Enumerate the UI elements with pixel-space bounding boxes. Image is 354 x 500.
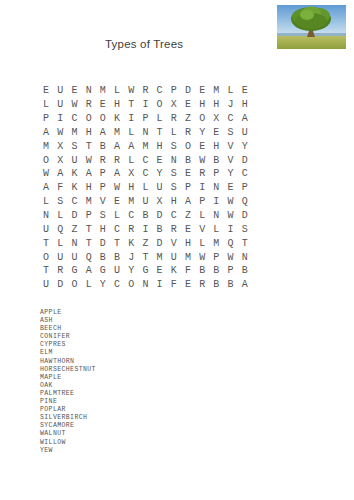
grid-cell: V: [223, 153, 237, 167]
grid-cell: K: [167, 264, 181, 278]
grid-cell: H: [167, 195, 181, 209]
grid-cell: S: [96, 209, 110, 223]
grid-cell: I: [209, 195, 223, 209]
grid-cell: O: [82, 112, 96, 126]
grid-cell: J: [223, 98, 237, 112]
word-item: ASH: [40, 317, 96, 325]
grid-cell: D: [53, 278, 67, 292]
grid-cell: A: [238, 278, 252, 292]
grid-cell: N: [167, 153, 181, 167]
grid-cell: H: [96, 222, 110, 236]
word-item: WALNUT: [40, 430, 96, 438]
grid-cell: S: [167, 139, 181, 153]
grid-cell: M: [82, 195, 96, 209]
grid-cell: E: [195, 139, 209, 153]
grid-cell: H: [209, 98, 223, 112]
grid-cell: N: [67, 236, 81, 250]
grid-cell: G: [138, 264, 152, 278]
grid-cell: I: [195, 181, 209, 195]
grid-cell: H: [110, 98, 124, 112]
grid-cell: E: [209, 126, 223, 140]
grid-cell: U: [53, 250, 67, 264]
grid-cell: M: [110, 126, 124, 140]
word-item: BEECH: [40, 325, 96, 333]
grid-cell: U: [238, 126, 252, 140]
grid-cell: H: [209, 139, 223, 153]
grid-cell: D: [67, 209, 81, 223]
grid-cell: C: [110, 222, 124, 236]
grid-cell: T: [138, 250, 152, 264]
grid-cell: M: [124, 195, 138, 209]
grid-cell: B: [209, 264, 223, 278]
grid-cell: C: [138, 167, 152, 181]
grid-cell: K: [124, 236, 138, 250]
grid-cell: Y: [195, 126, 209, 140]
grid-cell: E: [181, 167, 195, 181]
grid-cell: R: [167, 222, 181, 236]
grid-cell: E: [153, 153, 167, 167]
grid-cell: L: [195, 236, 209, 250]
word-item: MAPLE: [40, 374, 96, 382]
grid-cell: Q: [82, 250, 96, 264]
grid-cell: M: [209, 236, 223, 250]
word-item: PINE: [40, 398, 96, 406]
grid-cell: R: [167, 112, 181, 126]
word-item: OAK: [40, 382, 96, 390]
grid-cell: M: [209, 84, 223, 98]
grid-cell: V: [167, 236, 181, 250]
grid-cell: L: [153, 112, 167, 126]
tree-photo: [277, 5, 346, 49]
grid-cell: D: [153, 209, 167, 223]
grid-cell: R: [195, 167, 209, 181]
grid-cell: Q: [223, 236, 237, 250]
grid-cell: C: [138, 153, 152, 167]
grid-cell: G: [67, 264, 81, 278]
word-list: APPLEASHBEECHCONIFERCYPRESELMHAWTHORNHOR…: [40, 309, 96, 455]
grid-cell: D: [96, 236, 110, 250]
grid-cell: T: [39, 264, 53, 278]
grid-cell: A: [53, 167, 67, 181]
grid-cell: R: [181, 126, 195, 140]
grid-cell: W: [82, 153, 96, 167]
grid-cell: T: [82, 236, 96, 250]
grid-cell: L: [124, 126, 138, 140]
word-item: CONIFER: [40, 333, 96, 341]
word-item: SYCAMORE: [40, 422, 96, 430]
grid-cell: U: [110, 264, 124, 278]
grid-cell: L: [82, 278, 96, 292]
grid-cell: P: [138, 112, 152, 126]
grid-cell: X: [124, 167, 138, 181]
grid-cell: V: [96, 195, 110, 209]
grid-cell: W: [53, 126, 67, 140]
grid-cell: L: [195, 209, 209, 223]
grid-cell: P: [223, 264, 237, 278]
word-item: ELM: [40, 349, 96, 357]
word-item: HORSECHESTNUT: [40, 366, 96, 374]
grid-cell: O: [67, 278, 81, 292]
grid-cell: T: [238, 236, 252, 250]
grid-cell: D: [238, 153, 252, 167]
grid-cell: A: [110, 139, 124, 153]
grid-cell: A: [181, 195, 195, 209]
grid-cell: W: [110, 181, 124, 195]
grid-cell: C: [67, 112, 81, 126]
grid-cell: D: [181, 84, 195, 98]
grid-cell: C: [67, 195, 81, 209]
grid-cell: P: [82, 209, 96, 223]
grid-cell: F: [53, 181, 67, 195]
grid-cell: Y: [223, 167, 237, 181]
grid-cell: H: [153, 139, 167, 153]
grid-cell: W: [67, 98, 81, 112]
grid-cell: P: [209, 250, 223, 264]
grid-cell: P: [167, 84, 181, 98]
grid-cell: P: [195, 195, 209, 209]
grid-cell: S: [167, 181, 181, 195]
grid-cell: L: [223, 84, 237, 98]
grid-cell: H: [195, 98, 209, 112]
grid-cell: X: [167, 98, 181, 112]
grid-cell: M: [39, 139, 53, 153]
grid-cell: P: [39, 112, 53, 126]
grid-cell: N: [138, 126, 152, 140]
grid-cell: U: [39, 278, 53, 292]
grid-cell: U: [53, 98, 67, 112]
grid-cell: A: [39, 181, 53, 195]
word-item: HAWTHORN: [40, 358, 96, 366]
grid-cell: T: [153, 126, 167, 140]
grid-cell: S: [167, 167, 181, 181]
grid-cell: N: [209, 181, 223, 195]
grid-cell: B: [181, 153, 195, 167]
grid-cell: L: [39, 98, 53, 112]
grid-cell: K: [110, 112, 124, 126]
grid-cell: E: [223, 181, 237, 195]
grid-cell: U: [67, 250, 81, 264]
grid-cell: B: [209, 278, 223, 292]
grid-cell: E: [67, 84, 81, 98]
grid-cell: I: [138, 98, 152, 112]
grid-cell: Q: [53, 222, 67, 236]
grid-cell: R: [138, 84, 152, 98]
word-item: YEW: [40, 447, 96, 455]
grid-cell: V: [195, 222, 209, 236]
grid-cell: L: [138, 181, 152, 195]
grid-cell: R: [195, 278, 209, 292]
grid-cell: W: [195, 250, 209, 264]
grid-cell: Y: [238, 139, 252, 153]
grid-cell: B: [110, 250, 124, 264]
grid-cell: A: [39, 126, 53, 140]
grid-cell: L: [53, 209, 67, 223]
grid-cell: L: [124, 153, 138, 167]
grid-cell: G: [96, 264, 110, 278]
grid-cell: M: [181, 250, 195, 264]
grid-cell: Y: [96, 278, 110, 292]
grid-cell: I: [124, 112, 138, 126]
grid-cell: O: [181, 139, 195, 153]
grid-cell: B: [238, 264, 252, 278]
grid-cell: A: [110, 167, 124, 181]
grid-cell: X: [209, 112, 223, 126]
grid-cell: C: [110, 278, 124, 292]
page-title: Types of Trees: [105, 38, 183, 50]
grid-cell: P: [238, 181, 252, 195]
grid-cell: D: [238, 209, 252, 223]
grid-cell: E: [181, 222, 195, 236]
grid-cell: R: [96, 153, 110, 167]
grid-cell: R: [82, 98, 96, 112]
grid-cell: U: [138, 195, 152, 209]
grid-cell: B: [96, 139, 110, 153]
grid-cell: N: [82, 84, 96, 98]
grid-cell: A: [82, 264, 96, 278]
grid-cell: T: [39, 236, 53, 250]
grid-cell: W: [223, 250, 237, 264]
word-item: SILVERBIRCH: [40, 414, 96, 422]
word-item: POPLAR: [40, 406, 96, 414]
grid-cell: A: [238, 112, 252, 126]
grid-cell: J: [124, 250, 138, 264]
grid-cell: Q: [238, 195, 252, 209]
grid-cell: W: [124, 84, 138, 98]
grid-cell: Z: [138, 236, 152, 250]
grid-cell: I: [138, 222, 152, 236]
grid-cell: U: [39, 222, 53, 236]
grid-cell: H: [124, 181, 138, 195]
grid-cell: R: [124, 222, 138, 236]
grid-cell: N: [138, 278, 152, 292]
grid-cell: X: [153, 195, 167, 209]
grid-cell: N: [39, 209, 53, 223]
grid-cell: B: [153, 222, 167, 236]
grid-cell: X: [53, 153, 67, 167]
grid-cell: Z: [181, 209, 195, 223]
grid-cell: E: [181, 98, 195, 112]
grid-cell: A: [96, 126, 110, 140]
grid-cell: S: [238, 222, 252, 236]
grid-cell: F: [181, 264, 195, 278]
worksheet-page: Types of Trees: [0, 0, 354, 500]
grid-cell: H: [82, 181, 96, 195]
grid-cell: Z: [67, 222, 81, 236]
grid-cell: K: [67, 181, 81, 195]
grid-cell: O: [195, 112, 209, 126]
word-item: PALMTREE: [40, 390, 96, 398]
grid-cell: U: [167, 250, 181, 264]
grid-cell: P: [96, 167, 110, 181]
grid-cell: B: [96, 250, 110, 264]
grid-cell: H: [181, 236, 195, 250]
grid-cell: N: [238, 250, 252, 264]
grid-cell: B: [223, 278, 237, 292]
grid-cell: P: [96, 181, 110, 195]
word-item: WILLOW: [40, 439, 96, 447]
word-item: APPLE: [40, 309, 96, 317]
grid-cell: M: [67, 126, 81, 140]
grid-cell: L: [110, 84, 124, 98]
grid-cell: P: [209, 167, 223, 181]
grid-cell: S: [67, 139, 81, 153]
grid-cell: I: [223, 222, 237, 236]
word-item: CYPRES: [40, 341, 96, 349]
grid-cell: Y: [124, 264, 138, 278]
grid-cell: D: [153, 236, 167, 250]
grid-cell: B: [209, 153, 223, 167]
grid-cell: M: [96, 84, 110, 98]
grid-cell: O: [124, 278, 138, 292]
grid-cell: U: [153, 181, 167, 195]
grid-cell: M: [138, 139, 152, 153]
grid-cell: E: [153, 264, 167, 278]
grid-cell: L: [167, 126, 181, 140]
grid-cell: E: [96, 98, 110, 112]
grid-cell: C: [223, 112, 237, 126]
grid-cell: W: [223, 209, 237, 223]
grid-cell: T: [110, 236, 124, 250]
grid-cell: N: [209, 209, 223, 223]
grid-cell: E: [39, 84, 53, 98]
grid-cell: L: [39, 195, 53, 209]
grid-cell: L: [209, 222, 223, 236]
grid-cell: L: [53, 236, 67, 250]
grid-cell: W: [195, 153, 209, 167]
grid-cell: I: [153, 278, 167, 292]
grid-cell: E: [110, 195, 124, 209]
grid-cell: X: [53, 139, 67, 153]
grid-cell: T: [124, 98, 138, 112]
grid-cell: Y: [153, 167, 167, 181]
grid-cell: T: [82, 222, 96, 236]
grid-cell: S: [53, 195, 67, 209]
grid-cell: U: [53, 84, 67, 98]
grid-cell: L: [110, 209, 124, 223]
grid-cell: W: [223, 195, 237, 209]
grid-cell: C: [153, 84, 167, 98]
grid-cell: F: [167, 278, 181, 292]
grid-cell: A: [82, 167, 96, 181]
grid-cell: O: [153, 98, 167, 112]
grid-cell: P: [181, 181, 195, 195]
grid-cell: C: [167, 209, 181, 223]
grid-cell: V: [223, 139, 237, 153]
grid-cell: W: [39, 167, 53, 181]
grid-cell: E: [181, 278, 195, 292]
grid-cell: C: [238, 167, 252, 181]
grid-cell: I: [53, 112, 67, 126]
grid-cell: B: [195, 264, 209, 278]
grid-cell: O: [39, 153, 53, 167]
grid-cell: O: [96, 112, 110, 126]
grid-cell: E: [238, 84, 252, 98]
grid-cell: E: [195, 84, 209, 98]
grid-cell: H: [82, 126, 96, 140]
word-search-grid: EUENMLWRCPDEMLELUWREHTIOXEHHJHPICOOKIPLR…: [39, 84, 252, 292]
grid-cell: O: [39, 250, 53, 264]
grid-cell: R: [110, 153, 124, 167]
grid-cell: S: [223, 126, 237, 140]
grid-cell: H: [238, 98, 252, 112]
grid-cell: M: [153, 250, 167, 264]
grid-cell: Z: [181, 112, 195, 126]
grid-cell: B: [138, 209, 152, 223]
grid-cell: U: [67, 153, 81, 167]
grid-cell: A: [124, 139, 138, 153]
grid-cell: C: [124, 209, 138, 223]
grid-cell: K: [67, 167, 81, 181]
grid-cell: T: [82, 139, 96, 153]
grid-cell: R: [53, 264, 67, 278]
